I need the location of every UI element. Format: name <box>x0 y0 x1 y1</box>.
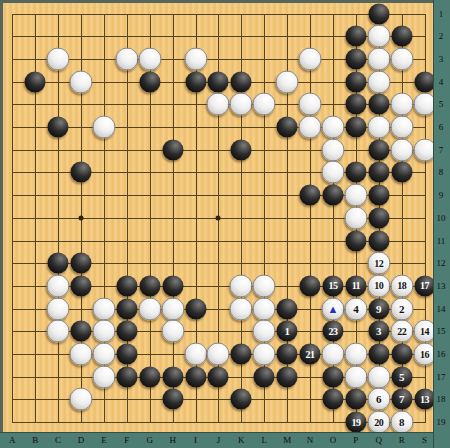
black-stone <box>322 366 343 387</box>
white-stone <box>321 116 344 139</box>
black-stone <box>345 117 366 138</box>
black-stone <box>391 344 412 365</box>
go-app-window: 121511101817▲4921233221421165671319208 A… <box>0 0 450 448</box>
row-label-9: 9 <box>439 190 444 200</box>
row-label-2: 2 <box>439 31 444 41</box>
black-stone <box>139 366 160 387</box>
black-stone <box>414 71 435 92</box>
column-label-M: M <box>283 435 291 445</box>
move-number-label: 3 <box>376 326 382 337</box>
numbered-stone-18: 18 <box>390 274 413 297</box>
black-stone <box>208 366 229 387</box>
row-label-16: 16 <box>437 349 446 359</box>
black-stone <box>345 389 366 410</box>
column-label-E: E <box>101 435 107 445</box>
column-label-L: L <box>262 435 268 445</box>
move-number-label: 18 <box>397 281 406 291</box>
black-stone <box>48 253 69 274</box>
row-label-1: 1 <box>439 9 444 19</box>
move-number-label: 11 <box>352 281 360 291</box>
black-stone <box>116 298 137 319</box>
white-stone <box>70 388 93 411</box>
numbered-stone-7: 7 <box>391 389 412 410</box>
numbered-stone-13: 13 <box>414 389 435 410</box>
move-number-label: 6 <box>376 394 382 405</box>
black-stone <box>116 344 137 365</box>
numbered-stone-1: 1 <box>277 321 298 342</box>
white-stone <box>230 93 253 116</box>
white-stone <box>321 343 344 366</box>
black-stone <box>231 389 252 410</box>
move-number-label: 8 <box>399 417 405 428</box>
white-stone <box>230 274 253 297</box>
move-number-label: 22 <box>397 326 406 336</box>
numbered-stone-8: 8 <box>390 411 413 434</box>
move-number-label: 23 <box>328 326 337 336</box>
numbered-stone-6: 6 <box>367 388 390 411</box>
move-number-label: 5 <box>399 371 405 382</box>
numbered-stone-17: 17 <box>414 275 435 296</box>
black-stone <box>71 321 92 342</box>
move-number-label: 1 <box>284 326 290 337</box>
numbered-stone-12: 12 <box>367 252 390 275</box>
black-stone <box>300 275 321 296</box>
black-stone <box>71 275 92 296</box>
black-stone <box>368 139 389 160</box>
move-number-label: 19 <box>351 417 360 427</box>
white-stone <box>161 320 184 343</box>
black-stone <box>231 344 252 365</box>
black-stone <box>391 26 412 47</box>
column-label-F: F <box>124 435 129 445</box>
white-stone <box>184 47 207 70</box>
white-stone <box>207 343 230 366</box>
go-board[interactable]: 121511101817▲4921233221421165671319208 <box>3 3 433 432</box>
white-stone <box>138 297 161 320</box>
black-stone <box>391 162 412 183</box>
black-stone <box>231 71 252 92</box>
white-stone <box>138 47 161 70</box>
white-stone <box>367 25 390 48</box>
black-stone <box>322 389 343 410</box>
white-stone <box>161 297 184 320</box>
row-label-14: 14 <box>437 304 446 314</box>
numbered-stone-9: 9 <box>368 298 389 319</box>
column-label-B: B <box>32 435 38 445</box>
move-number-label: 15 <box>328 281 337 291</box>
move-number-label: 17 <box>420 281 429 291</box>
white-stone <box>321 161 344 184</box>
black-stone <box>345 26 366 47</box>
white-stone <box>344 206 367 229</box>
white-stone <box>92 297 115 320</box>
black-stone <box>368 3 389 24</box>
black-stone <box>25 71 46 92</box>
black-stone <box>368 162 389 183</box>
move-number-label: 7 <box>399 394 405 405</box>
white-stone <box>299 116 322 139</box>
white-stone <box>253 274 276 297</box>
column-label-R: R <box>399 435 405 445</box>
numbered-stone-11: 11 <box>345 275 366 296</box>
row-label-18: 18 <box>437 394 446 404</box>
black-stone <box>162 389 183 410</box>
column-label-O: O <box>330 435 337 445</box>
row-label-17: 17 <box>437 372 446 382</box>
black-stone <box>277 117 298 138</box>
star-point <box>79 215 84 220</box>
move-number-label: 20 <box>374 417 383 427</box>
triangle-marker-icon: ▲ <box>328 303 339 314</box>
column-label-P: P <box>353 435 358 445</box>
white-stone <box>344 184 367 207</box>
move-number-label: 4 <box>353 303 359 314</box>
black-stone <box>71 162 92 183</box>
black-stone <box>139 275 160 296</box>
black-stone <box>277 344 298 365</box>
numbered-stone-2: 2 <box>390 297 413 320</box>
black-stone <box>185 298 206 319</box>
black-stone <box>185 366 206 387</box>
numbered-stone-4: 4 <box>344 297 367 320</box>
white-stone <box>299 93 322 116</box>
row-label-6: 6 <box>439 122 444 132</box>
white-stone <box>47 47 70 70</box>
row-label-3: 3 <box>439 54 444 64</box>
column-label-A: A <box>9 435 16 445</box>
black-stone <box>71 253 92 274</box>
column-label-D: D <box>78 435 85 445</box>
white-stone <box>207 93 230 116</box>
black-stone <box>277 366 298 387</box>
numbered-stone-21: 21 <box>300 344 321 365</box>
white-stone <box>70 343 93 366</box>
numbered-stone-23: 23 <box>322 321 343 342</box>
white-stone <box>47 320 70 343</box>
numbered-stone-19: 19 <box>345 412 366 433</box>
white-stone <box>92 365 115 388</box>
black-stone <box>254 366 275 387</box>
row-label-11: 11 <box>437 236 446 246</box>
black-stone <box>368 207 389 228</box>
white-stone <box>253 297 276 320</box>
white-stone <box>92 116 115 139</box>
move-number-label: 2 <box>399 303 405 314</box>
black-stone <box>116 321 137 342</box>
column-label-H: H <box>169 435 176 445</box>
white-stone <box>92 320 115 343</box>
move-number-label: 13 <box>420 394 429 404</box>
black-stone <box>48 117 69 138</box>
white-stone <box>390 116 413 139</box>
column-label-J: J <box>217 435 221 445</box>
white-stone <box>367 47 390 70</box>
white-stone <box>390 138 413 161</box>
black-stone <box>345 71 366 92</box>
column-label-K: K <box>238 435 245 445</box>
column-label-I: I <box>194 435 197 445</box>
black-stone <box>322 185 343 206</box>
numbered-stone-15: 15 <box>322 275 343 296</box>
move-number-label: 12 <box>374 258 383 268</box>
white-stone <box>276 70 299 93</box>
black-stone <box>345 230 366 251</box>
white-stone <box>367 70 390 93</box>
move-number-label: 10 <box>374 281 383 291</box>
row-label-12: 12 <box>437 258 446 268</box>
black-stone <box>162 139 183 160</box>
white-stone <box>321 138 344 161</box>
numbered-stone-3: 3 <box>368 321 389 342</box>
column-label-Q: Q <box>376 435 383 445</box>
black-stone <box>368 94 389 115</box>
row-label-8: 8 <box>439 167 444 177</box>
white-stone <box>47 297 70 320</box>
black-stone <box>116 366 137 387</box>
move-number-label: 14 <box>420 326 429 336</box>
white-stone <box>70 70 93 93</box>
black-stone <box>300 185 321 206</box>
black-stone <box>208 71 229 92</box>
white-stone <box>344 343 367 366</box>
white-stone <box>367 116 390 139</box>
black-stone <box>368 230 389 251</box>
black-stone <box>162 275 183 296</box>
white-stone <box>367 365 390 388</box>
white-stone <box>230 297 253 320</box>
numbered-stone-5: 5 <box>391 366 412 387</box>
white-stone <box>92 343 115 366</box>
white-stone <box>344 365 367 388</box>
column-label-N: N <box>307 435 314 445</box>
column-label-G: G <box>146 435 153 445</box>
black-stone <box>231 139 252 160</box>
row-label-7: 7 <box>439 145 444 155</box>
white-stone <box>253 93 276 116</box>
move-number-label: 16 <box>420 349 429 359</box>
white-stone: ▲ <box>321 297 344 320</box>
white-stone <box>390 93 413 116</box>
row-label-19: 19 <box>437 417 446 427</box>
black-stone <box>162 366 183 387</box>
numbered-stone-10: 10 <box>367 274 390 297</box>
white-stone <box>47 274 70 297</box>
black-stone <box>185 71 206 92</box>
numbered-stone-22: 22 <box>390 320 413 343</box>
black-stone <box>116 275 137 296</box>
move-number-label: 9 <box>376 303 382 314</box>
row-label-13: 13 <box>437 281 446 291</box>
black-stone <box>345 48 366 69</box>
black-stone <box>277 298 298 319</box>
white-stone <box>253 320 276 343</box>
white-stone <box>253 343 276 366</box>
white-stone <box>115 47 138 70</box>
row-label-10: 10 <box>437 213 446 223</box>
black-stone <box>368 185 389 206</box>
move-number-label: 21 <box>306 349 315 359</box>
white-stone <box>390 47 413 70</box>
column-label-C: C <box>55 435 61 445</box>
white-stone <box>184 343 207 366</box>
row-label-15: 15 <box>437 326 446 336</box>
row-label-5: 5 <box>439 99 444 109</box>
numbered-stone-20: 20 <box>367 411 390 434</box>
black-stone <box>345 162 366 183</box>
column-label-S: S <box>422 435 427 445</box>
star-point <box>216 215 221 220</box>
black-stone <box>368 344 389 365</box>
row-label-4: 4 <box>439 77 444 87</box>
white-stone <box>299 47 322 70</box>
black-stone <box>345 94 366 115</box>
black-stone <box>139 71 160 92</box>
